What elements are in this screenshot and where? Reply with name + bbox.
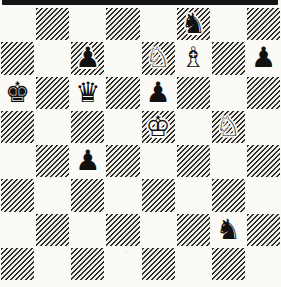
square-c8 [70, 7, 105, 41]
square-c7: ♟ [70, 41, 105, 75]
square-c6: ♛ [70, 76, 105, 110]
square-b3 [35, 178, 70, 212]
white-knight-e7: ♘ [146, 44, 171, 72]
square-a8 [0, 7, 35, 41]
white-king-e5: ♔ [146, 113, 171, 141]
square-e4 [141, 144, 176, 178]
square-g3 [211, 178, 246, 212]
square-e7: ♘ [141, 41, 176, 75]
square-b7 [35, 41, 70, 75]
square-d1 [105, 247, 140, 281]
square-b6 [35, 76, 70, 110]
black-pawn-h7: ♟ [251, 44, 276, 72]
square-g1 [211, 247, 246, 281]
square-a7 [0, 41, 35, 75]
square-h6 [246, 76, 281, 110]
square-b4 [35, 144, 70, 178]
white-knight-g5: ♘ [216, 113, 241, 141]
black-pawn-c7: ♟ [75, 44, 100, 72]
square-a4 [0, 144, 35, 178]
square-b1 [35, 247, 70, 281]
square-b8 [35, 7, 70, 41]
square-f8: ♞ [176, 7, 211, 41]
square-f3 [176, 178, 211, 212]
square-h1 [246, 247, 281, 281]
square-h5 [246, 110, 281, 144]
square-a5 [0, 110, 35, 144]
square-d2 [105, 213, 140, 247]
white-bishop-f7: ♗ [181, 44, 206, 72]
square-d7 [105, 41, 140, 75]
square-a1 [0, 247, 35, 281]
square-a3 [0, 178, 35, 212]
square-h4 [246, 144, 281, 178]
square-e2 [141, 213, 176, 247]
square-d6 [105, 76, 140, 110]
square-e6: ♟ [141, 76, 176, 110]
square-c2 [70, 213, 105, 247]
black-pawn-c4: ♟ [75, 147, 100, 175]
square-f2 [176, 213, 211, 247]
square-h7: ♟ [246, 41, 281, 75]
square-d8 [105, 7, 140, 41]
square-f6 [176, 76, 211, 110]
square-g8 [211, 7, 246, 41]
square-f4 [176, 144, 211, 178]
square-g4 [211, 144, 246, 178]
black-king-a6: ♚ [5, 79, 30, 107]
black-queen-c6: ♛ [75, 79, 100, 107]
square-f5 [176, 110, 211, 144]
black-knight-g2: ♞ [216, 216, 241, 244]
square-e5: ♔ [141, 110, 176, 144]
square-d4 [105, 144, 140, 178]
square-c4: ♟ [70, 144, 105, 178]
square-g2: ♞ [211, 213, 246, 247]
square-f1 [176, 247, 211, 281]
square-g6 [211, 76, 246, 110]
square-b5 [35, 110, 70, 144]
square-a2 [0, 213, 35, 247]
square-b2 [35, 213, 70, 247]
top-border-rule [2, 0, 278, 5]
square-a6: ♚ [0, 76, 35, 110]
square-h8 [246, 7, 281, 41]
square-d3 [105, 178, 140, 212]
black-pawn-e6: ♟ [146, 79, 171, 107]
square-e8 [141, 7, 176, 41]
square-e3 [141, 178, 176, 212]
black-knight-f8: ♞ [181, 10, 206, 38]
square-c5 [70, 110, 105, 144]
newspaper-chess-diagram: ♞♟♘♗♟♚♛♟♔♘♟♞ [0, 0, 281, 287]
square-d5 [105, 110, 140, 144]
square-g5: ♘ [211, 110, 246, 144]
square-c1 [70, 247, 105, 281]
square-g7 [211, 41, 246, 75]
square-h3 [246, 178, 281, 212]
square-h2 [246, 213, 281, 247]
square-c3 [70, 178, 105, 212]
square-e1 [141, 247, 176, 281]
square-f7: ♗ [176, 41, 211, 75]
chess-board: ♞♟♘♗♟♚♛♟♔♘♟♞ [0, 7, 281, 281]
